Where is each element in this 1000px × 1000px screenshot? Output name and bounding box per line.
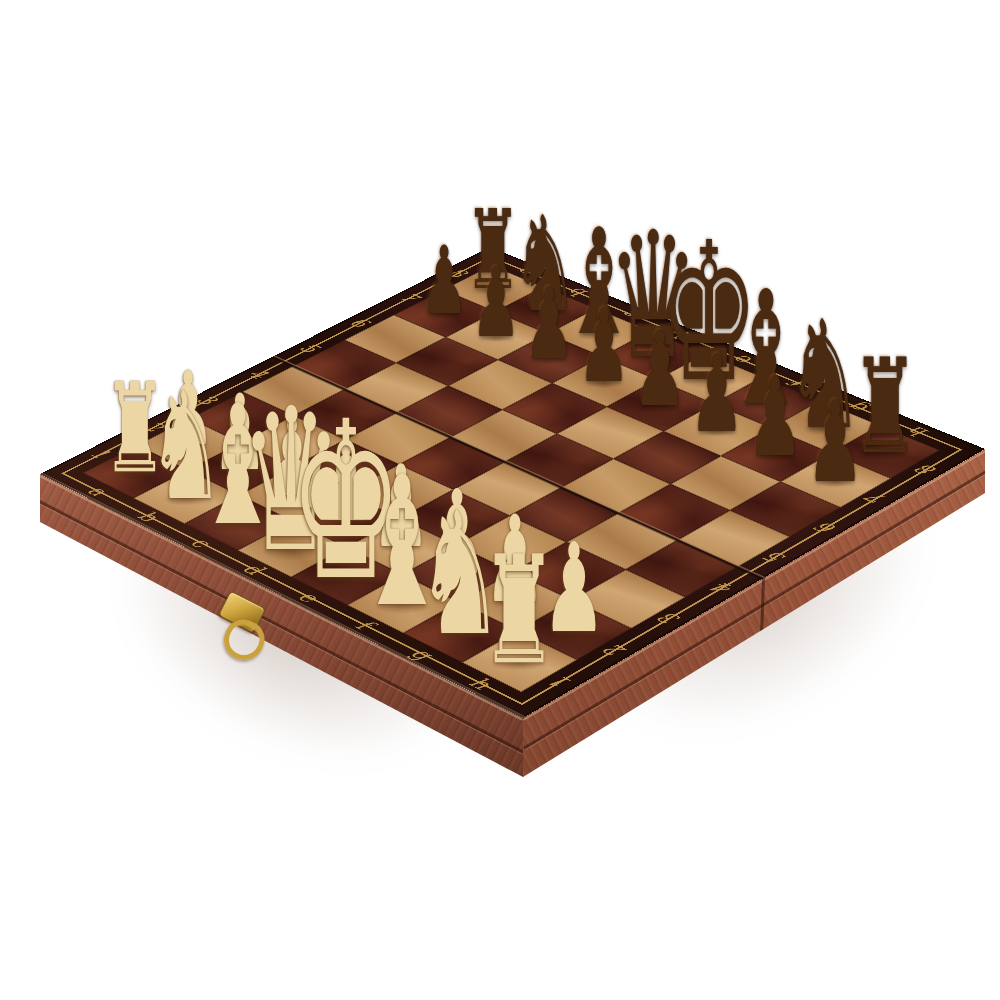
file-label-e-black-side: e (730, 353, 757, 366)
rank-label-4-kingside: 4 (709, 580, 739, 596)
rank-label-5-kingside: 5 (761, 550, 791, 566)
file-label-h-white-side: h (464, 675, 495, 692)
file-label-b-white-side: b (133, 509, 162, 524)
file-label-a-white-side: a (82, 484, 110, 498)
file-label-g-black-side: g (845, 400, 874, 414)
file-label-b-black-side: b (566, 286, 593, 299)
file-label-a-black-side: a (514, 265, 540, 277)
file-label-f-white-side: f (351, 618, 376, 632)
rank-label-7-kingside: 7 (863, 491, 893, 506)
rank-label-3-kingside: 3 (655, 611, 686, 627)
rank-label-8-kingside: 8 (913, 462, 942, 477)
product-photo-stage: aa11bb22cc33dd44ee55ff66gg77hh88 ♜♞♟♝♟♛♟… (0, 0, 1000, 1000)
rank-label-6-kingside: 6 (813, 520, 843, 535)
file-label-c-black-side: c (620, 308, 646, 321)
file-label-g-white-side: g (405, 646, 436, 663)
file-label-d-white-side: d (238, 562, 268, 578)
rank-label-1-kingside: 1 (546, 674, 577, 691)
file-label-c-white-side: c (185, 536, 213, 551)
file-label-d-black-side: d (674, 330, 702, 343)
file-label-h-black-side: h (905, 425, 934, 440)
file-label-e-white-side: e (293, 589, 322, 604)
rank-label-2-kingside: 2 (601, 642, 632, 659)
file-label-f-black-side: f (789, 377, 812, 389)
